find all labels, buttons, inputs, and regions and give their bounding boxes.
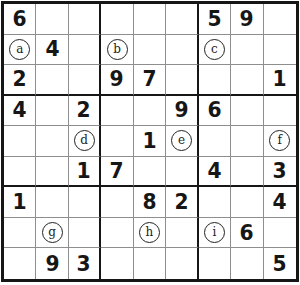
- given-digit: 9: [45, 253, 59, 275]
- cell-r4c6: 9: [166, 96, 198, 127]
- given-digit: 1: [142, 130, 156, 152]
- given-digit: 1: [13, 191, 27, 213]
- given-digit: 3: [77, 253, 91, 275]
- given-digit: 6: [207, 99, 221, 121]
- circled-letter-c: c: [204, 39, 225, 60]
- cell-r1c7: 5: [199, 4, 231, 35]
- cell-r4c4[interactable]: [101, 96, 133, 127]
- cell-r1c9[interactable]: [264, 4, 296, 35]
- cell-r9c2: 9: [36, 248, 68, 279]
- cell-r2c9[interactable]: [264, 35, 296, 66]
- cell-r9c1[interactable]: [4, 248, 36, 279]
- circled-letter-i: i: [204, 222, 225, 243]
- cell-r1c5[interactable]: [134, 4, 166, 35]
- cell-r7c8[interactable]: [231, 187, 263, 218]
- cell-r3c4: 9: [101, 65, 133, 96]
- given-digit: 1: [273, 68, 287, 90]
- cell-r6c3: 1: [69, 157, 101, 188]
- cell-r7c7[interactable]: [199, 187, 231, 218]
- circled-letter-f: f: [269, 130, 290, 151]
- cell-r7c4[interactable]: [101, 187, 133, 218]
- cell-r4c7: 6: [199, 96, 231, 127]
- given-digit: 9: [174, 99, 188, 121]
- given-digit: 5: [273, 253, 287, 275]
- sudoku-page: 659a4bc29714296d1ef17431824ghi6935: [0, 0, 300, 285]
- cell-r3c8[interactable]: [231, 65, 263, 96]
- cell-r6c5[interactable]: [134, 157, 166, 188]
- given-digit: 9: [110, 68, 124, 90]
- cell-r6c1[interactable]: [4, 157, 36, 188]
- cell-r8c9[interactable]: [264, 218, 296, 249]
- cell-r5c1[interactable]: [4, 126, 36, 157]
- given-digit: 5: [207, 8, 221, 30]
- cell-r3c5: 7: [134, 65, 166, 96]
- cell-r8c2[interactable]: g: [36, 218, 68, 249]
- cell-r5c8[interactable]: [231, 126, 263, 157]
- cell-r2c5[interactable]: [134, 35, 166, 66]
- cell-r1c6[interactable]: [166, 4, 198, 35]
- cell-r1c1: 6: [4, 4, 36, 35]
- cell-r6c7: 4: [199, 157, 231, 188]
- cell-r3c9: 1: [264, 65, 296, 96]
- cell-r2c7[interactable]: c: [199, 35, 231, 66]
- sudoku-board: 659a4bc29714296d1ef17431824ghi6935: [1, 1, 299, 282]
- cell-r7c5: 8: [134, 187, 166, 218]
- cell-r2c8[interactable]: [231, 35, 263, 66]
- cell-r5c2[interactable]: [36, 126, 68, 157]
- cell-r7c3[interactable]: [69, 187, 101, 218]
- given-digit: 4: [207, 160, 221, 182]
- cell-r2c4[interactable]: b: [101, 35, 133, 66]
- cell-r4c2[interactable]: [36, 96, 68, 127]
- given-digit: 2: [77, 99, 91, 121]
- cell-r5c7[interactable]: [199, 126, 231, 157]
- given-digit: 6: [240, 222, 254, 244]
- cell-r7c9: 4: [264, 187, 296, 218]
- circled-letter-h: h: [139, 222, 160, 243]
- cell-r2c6[interactable]: [166, 35, 198, 66]
- cell-r4c5[interactable]: [134, 96, 166, 127]
- cell-r6c8[interactable]: [231, 157, 263, 188]
- cell-r7c6: 2: [166, 187, 198, 218]
- cell-r2c1[interactable]: a: [4, 35, 36, 66]
- cell-r8c8: 6: [231, 218, 263, 249]
- cell-r6c2[interactable]: [36, 157, 68, 188]
- circled-letter-e: e: [171, 130, 192, 151]
- cell-r5c9[interactable]: f: [264, 126, 296, 157]
- cell-r7c1: 1: [4, 187, 36, 218]
- given-digit: 6: [13, 8, 27, 30]
- given-digit: 2: [174, 191, 188, 213]
- given-digit: 4: [13, 99, 27, 121]
- given-digit: 7: [142, 68, 156, 90]
- cell-r6c4: 7: [101, 157, 133, 188]
- cell-r3c7[interactable]: [199, 65, 231, 96]
- cell-r9c4[interactable]: [101, 248, 133, 279]
- cell-r3c3[interactable]: [69, 65, 101, 96]
- cell-r3c6[interactable]: [166, 65, 198, 96]
- given-digit: 1: [77, 160, 91, 182]
- cell-r1c3[interactable]: [69, 4, 101, 35]
- cell-r5c6[interactable]: e: [166, 126, 198, 157]
- cell-r1c4[interactable]: [101, 4, 133, 35]
- given-digit: 8: [142, 191, 156, 213]
- given-digit: 9: [240, 8, 254, 30]
- cell-r3c1: 2: [4, 65, 36, 96]
- cell-r8c7[interactable]: i: [199, 218, 231, 249]
- circled-letter-d: d: [74, 130, 95, 151]
- cell-r8c4[interactable]: [101, 218, 133, 249]
- cell-r3c2[interactable]: [36, 65, 68, 96]
- given-digit: 4: [45, 38, 59, 60]
- cell-r9c5[interactable]: [134, 248, 166, 279]
- cell-r6c9: 3: [264, 157, 296, 188]
- cell-r9c3: 3: [69, 248, 101, 279]
- circled-letter-b: b: [107, 39, 128, 60]
- cell-r8c5[interactable]: h: [134, 218, 166, 249]
- cell-r5c4[interactable]: [101, 126, 133, 157]
- cell-r9c6[interactable]: [166, 248, 198, 279]
- cell-r9c8[interactable]: [231, 248, 263, 279]
- cell-r5c3[interactable]: d: [69, 126, 101, 157]
- cell-r4c1: 4: [4, 96, 36, 127]
- cell-r5c5: 1: [134, 126, 166, 157]
- given-digit: 2: [13, 68, 27, 90]
- cell-r8c6[interactable]: [166, 218, 198, 249]
- cell-r1c2[interactable]: [36, 4, 68, 35]
- cell-r2c2: 4: [36, 35, 68, 66]
- cell-r9c7[interactable]: [199, 248, 231, 279]
- cell-r2c3[interactable]: [69, 35, 101, 66]
- given-digit: 7: [110, 160, 124, 182]
- circled-letter-a: a: [9, 39, 30, 60]
- cell-r4c3: 2: [69, 96, 101, 127]
- cell-r8c1[interactable]: [4, 218, 36, 249]
- given-digit: 3: [273, 160, 287, 182]
- cell-r9c9: 5: [264, 248, 296, 279]
- cell-r1c8: 9: [231, 4, 263, 35]
- cell-r4c8[interactable]: [231, 96, 263, 127]
- cell-r7c2[interactable]: [36, 187, 68, 218]
- cell-r8c3[interactable]: [69, 218, 101, 249]
- circled-letter-g: g: [42, 222, 63, 243]
- cell-r6c6[interactable]: [166, 157, 198, 188]
- given-digit: 4: [273, 191, 287, 213]
- cell-r4c9[interactable]: [264, 96, 296, 127]
